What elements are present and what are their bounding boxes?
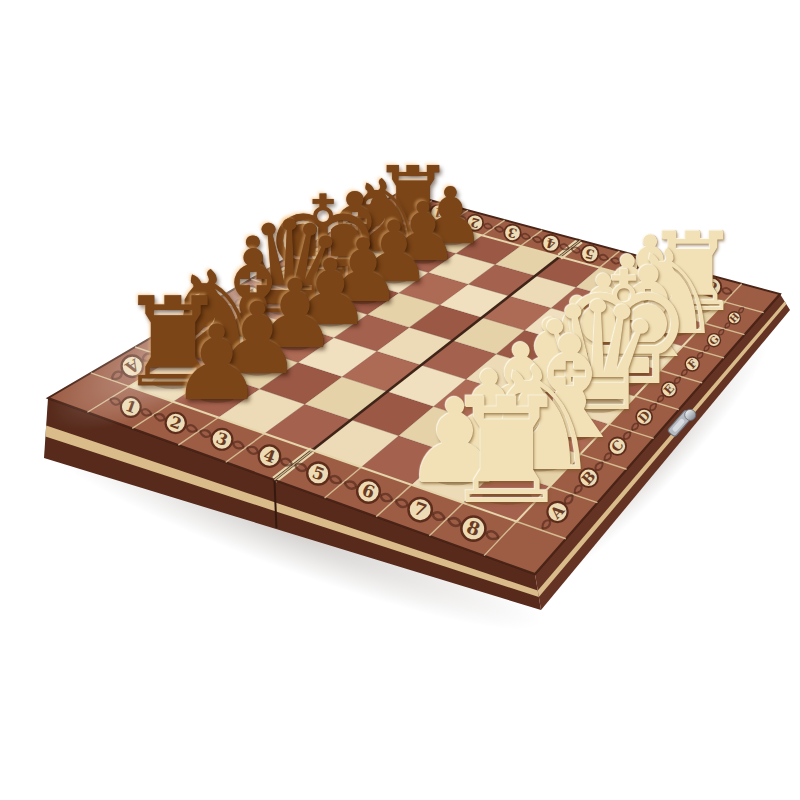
pieces-layer: ♜♞♝♛♚♝♞♜♟♟♟♟♟♟♟♟♟♟♟♟♟♟♟♟♜♞♝♛♚♝♞♜ bbox=[0, 0, 800, 800]
product-photo-stage: 11AA22BB33CC44DD55EE66FF77GG88HH ♜♞♝♛♚♝♞… bbox=[0, 0, 800, 800]
piece-dark-pawn[interactable]: ♟ bbox=[171, 312, 264, 416]
piece-light-rook[interactable]: ♜ bbox=[441, 378, 572, 524]
